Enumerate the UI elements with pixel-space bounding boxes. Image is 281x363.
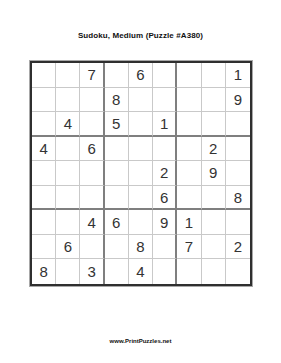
cell-r6c1[interactable] — [32, 186, 56, 211]
cell-r9c4[interactable] — [105, 259, 129, 284]
cell-r5c6[interactable]: 2 — [153, 161, 177, 186]
cell-r2c1[interactable] — [32, 88, 56, 113]
cell-r6c4[interactable] — [105, 186, 129, 211]
cell-r9c1[interactable]: 8 — [32, 259, 56, 284]
cell-r4c3[interactable]: 6 — [80, 137, 104, 162]
cell-r6c5[interactable] — [129, 186, 153, 211]
cell-r5c2[interactable] — [56, 161, 80, 186]
cell-r5c4[interactable] — [105, 161, 129, 186]
cell-r6c7[interactable] — [177, 186, 201, 211]
cell-r9c3[interactable]: 3 — [80, 259, 104, 284]
cell-r5c1[interactable] — [32, 161, 56, 186]
cell-r2c4[interactable]: 8 — [105, 88, 129, 113]
cell-r8c7[interactable]: 7 — [177, 235, 201, 260]
cell-r4c8[interactable]: 2 — [202, 137, 226, 162]
cell-r4c5[interactable] — [129, 137, 153, 162]
cell-r7c2[interactable] — [56, 210, 80, 235]
cell-r6c3[interactable] — [80, 186, 104, 211]
cell-r3c8[interactable] — [202, 112, 226, 137]
cell-r1c6[interactable] — [153, 63, 177, 88]
cell-r1c3[interactable]: 7 — [80, 63, 104, 88]
cell-r3c6[interactable]: 1 — [153, 112, 177, 137]
cell-r6c2[interactable] — [56, 186, 80, 211]
cell-r3c4[interactable]: 5 — [105, 112, 129, 137]
cell-r9c6[interactable] — [153, 259, 177, 284]
cell-r9c2[interactable] — [56, 259, 80, 284]
cell-r4c4[interactable] — [105, 137, 129, 162]
cell-r1c7[interactable] — [177, 63, 201, 88]
cell-r3c5[interactable] — [129, 112, 153, 137]
cell-r2c5[interactable] — [129, 88, 153, 113]
cell-r5c3[interactable] — [80, 161, 104, 186]
cell-r7c1[interactable] — [32, 210, 56, 235]
cell-r8c6[interactable] — [153, 235, 177, 260]
cell-r8c3[interactable] — [80, 235, 104, 260]
cell-r7c3[interactable]: 4 — [80, 210, 104, 235]
cell-r7c8[interactable] — [202, 210, 226, 235]
cell-r2c2[interactable] — [56, 88, 80, 113]
cell-r2c6[interactable] — [153, 88, 177, 113]
cell-r3c9[interactable] — [226, 112, 250, 137]
cell-r5c8[interactable]: 9 — [202, 161, 226, 186]
cell-r9c7[interactable] — [177, 259, 201, 284]
cell-r6c6[interactable]: 6 — [153, 186, 177, 211]
cell-r7c9[interactable] — [226, 210, 250, 235]
cell-r3c7[interactable] — [177, 112, 201, 137]
cell-r8c9[interactable]: 2 — [226, 235, 250, 260]
cell-r5c7[interactable] — [177, 161, 201, 186]
cell-r9c5[interactable]: 4 — [129, 259, 153, 284]
printable-sudoku-page: Sudoku, Medium (Puzzle #A380) 7618945146… — [0, 0, 281, 363]
cell-r3c3[interactable] — [80, 112, 104, 137]
cell-r9c9[interactable] — [226, 259, 250, 284]
puzzle-title: Sudoku, Medium (Puzzle #A380) — [0, 31, 281, 40]
cell-r4c9[interactable] — [226, 137, 250, 162]
cell-r9c8[interactable] — [202, 259, 226, 284]
cell-r1c4[interactable] — [105, 63, 129, 88]
cell-r8c5[interactable]: 8 — [129, 235, 153, 260]
cell-r8c2[interactable]: 6 — [56, 235, 80, 260]
cell-r8c1[interactable] — [32, 235, 56, 260]
cell-r2c3[interactable] — [80, 88, 104, 113]
cell-r1c8[interactable] — [202, 63, 226, 88]
cell-r6c9[interactable]: 8 — [226, 186, 250, 211]
cell-r2c8[interactable] — [202, 88, 226, 113]
cell-r7c4[interactable]: 6 — [105, 210, 129, 235]
cell-r1c1[interactable] — [32, 63, 56, 88]
cell-r2c9[interactable]: 9 — [226, 88, 250, 113]
cell-r3c2[interactable]: 4 — [56, 112, 80, 137]
cell-r8c4[interactable] — [105, 235, 129, 260]
cell-r1c5[interactable]: 6 — [129, 63, 153, 88]
cell-r7c7[interactable]: 1 — [177, 210, 201, 235]
cell-r7c6[interactable]: 9 — [153, 210, 177, 235]
cell-r6c8[interactable] — [202, 186, 226, 211]
cell-r4c2[interactable] — [56, 137, 80, 162]
cell-r4c7[interactable] — [177, 137, 201, 162]
cell-r5c9[interactable] — [226, 161, 250, 186]
cell-r3c1[interactable] — [32, 112, 56, 137]
cell-r1c2[interactable] — [56, 63, 80, 88]
cell-r1c9[interactable]: 1 — [226, 63, 250, 88]
cell-r4c6[interactable] — [153, 137, 177, 162]
cell-r4c1[interactable]: 4 — [32, 137, 56, 162]
sudoku-grid: 76189451462296846916872834 — [30, 61, 252, 286]
cell-r2c7[interactable] — [177, 88, 201, 113]
cell-r8c8[interactable] — [202, 235, 226, 260]
cell-r7c5[interactable] — [129, 210, 153, 235]
cell-r5c5[interactable] — [129, 161, 153, 186]
footer-url: www.PrintPuzzles.net — [0, 338, 281, 344]
